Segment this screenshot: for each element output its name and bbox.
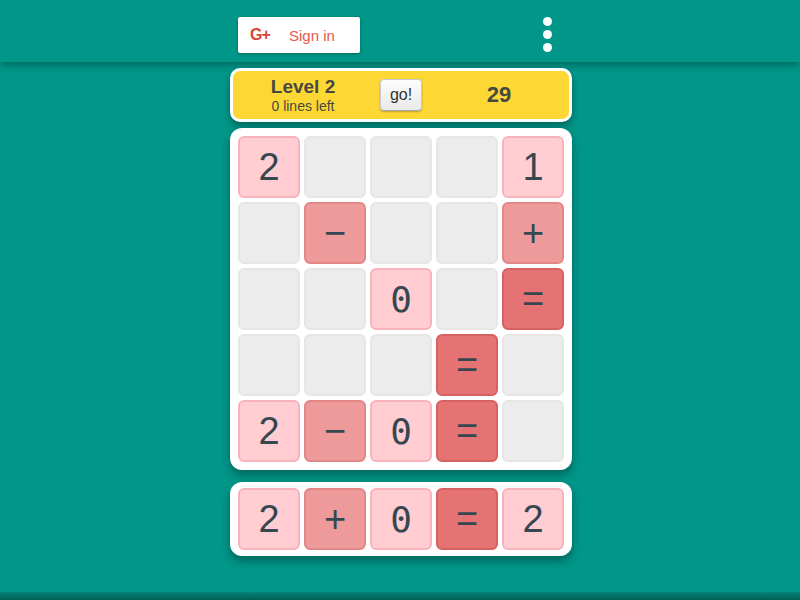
bottom-strip [0, 592, 800, 600]
grid-cell-empty[interactable] [436, 268, 498, 330]
tray-tile-equals[interactable]: = [436, 488, 498, 550]
tray-tile-0[interactable]: 0 [370, 488, 432, 550]
grid-tile-2[interactable]: 2 [238, 136, 300, 198]
grid-cell-empty[interactable] [370, 202, 432, 264]
go-button[interactable]: go! [380, 79, 422, 111]
level-info: Level 2 0 lines left [233, 76, 373, 114]
overflow-menu-button[interactable] [543, 17, 553, 52]
grid-tile-equals[interactable]: = [502, 268, 564, 330]
tray-tile-2[interactable]: 2 [502, 488, 564, 550]
grid-cell-empty[interactable] [502, 400, 564, 462]
grid-cell-empty[interactable] [370, 334, 432, 396]
tile-tray: 2+0=2 [230, 482, 572, 556]
grid-tile-equals[interactable]: = [436, 400, 498, 462]
grid-cell-empty[interactable] [304, 334, 366, 396]
hud-bar: Level 2 0 lines left go! 29 [230, 68, 572, 122]
tray-tile-plus[interactable]: + [304, 488, 366, 550]
timer-value: 29 [429, 82, 569, 108]
grid-cell-empty[interactable] [238, 334, 300, 396]
grid-cell-empty[interactable] [436, 202, 498, 264]
grid-tile-equals[interactable]: = [436, 334, 498, 396]
google-plus-icon: G+ [250, 26, 270, 44]
grid-cell-empty[interactable] [502, 334, 564, 396]
kebab-menu-icon [543, 30, 552, 39]
kebab-menu-icon [543, 17, 552, 26]
grid-cell-empty[interactable] [436, 136, 498, 198]
tray-tile-2[interactable]: 2 [238, 488, 300, 550]
grid-tile-minus[interactable]: − [304, 400, 366, 462]
grid-tile-plus[interactable]: + [502, 202, 564, 264]
grid-cell-empty[interactable] [304, 268, 366, 330]
puzzle-grid: 21−+0==2−0= [230, 128, 572, 470]
grid-tile-0[interactable]: 0 [370, 268, 432, 330]
grid-cell-empty[interactable] [238, 268, 300, 330]
kebab-menu-icon [543, 43, 552, 52]
app-bar: G+ Sign in [0, 0, 800, 62]
game-screen: G+ Sign in Level 2 0 lines left go! 29 2… [0, 0, 800, 600]
hud-center: go! [373, 79, 429, 111]
google-signin-button[interactable]: G+ Sign in [238, 17, 360, 53]
grid-tile-1[interactable]: 1 [502, 136, 564, 198]
grid-tile-minus[interactable]: − [304, 202, 366, 264]
signin-label: Sign in [270, 27, 354, 44]
lines-left-label: 0 lines left [233, 98, 373, 114]
grid-tile-2[interactable]: 2 [238, 400, 300, 462]
grid-tile-0[interactable]: 0 [370, 400, 432, 462]
level-label: Level 2 [233, 76, 373, 98]
grid-cell-empty[interactable] [238, 202, 300, 264]
grid-cell-empty[interactable] [370, 136, 432, 198]
grid-cell-empty[interactable] [304, 136, 366, 198]
